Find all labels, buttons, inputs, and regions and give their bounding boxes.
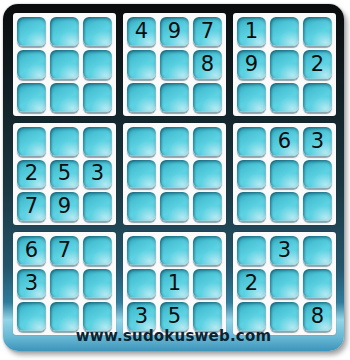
given-digit: 7: [201, 21, 214, 42]
given-digit: 5: [58, 163, 71, 184]
cell-r3c1[interactable]: [17, 83, 46, 112]
given-digit: 3: [91, 163, 104, 184]
cell-r4c5[interactable]: [160, 127, 189, 156]
given-digit: 3: [278, 240, 291, 261]
given-digit: 8: [311, 306, 324, 327]
cell-r2c1[interactable]: [17, 50, 46, 79]
cell-r3c5[interactable]: [160, 83, 189, 112]
box-r3c1: 673: [13, 232, 116, 335]
cell-r2c7[interactable]: 9: [237, 50, 266, 79]
cell-r1c4[interactable]: 4: [127, 17, 156, 46]
given-digit: 6: [25, 240, 38, 261]
cell-r3c7[interactable]: [237, 83, 266, 112]
cell-r4c1[interactable]: [17, 127, 46, 156]
cell-r2c3[interactable]: [83, 50, 112, 79]
given-digit: 1: [168, 273, 181, 294]
cell-r8c7[interactable]: 2: [237, 269, 266, 298]
cell-r2c5[interactable]: [160, 50, 189, 79]
cell-r1c9[interactable]: [303, 17, 332, 46]
given-digit: 6: [278, 131, 291, 152]
box-r1c3: 192: [233, 13, 336, 116]
given-digit: 5: [168, 306, 181, 327]
given-digit: 2: [25, 163, 38, 184]
cell-r3c9[interactable]: [303, 83, 332, 112]
given-digit: 9: [245, 54, 258, 75]
cell-r8c5[interactable]: 1: [160, 269, 189, 298]
cell-r4c2[interactable]: [50, 127, 79, 156]
cell-r6c9[interactable]: [303, 192, 332, 221]
cell-r7c7[interactable]: [237, 236, 266, 265]
box-r3c2: 135: [123, 232, 226, 335]
cell-r8c2[interactable]: [50, 269, 79, 298]
cell-r7c4[interactable]: [127, 236, 156, 265]
given-digit: 9: [58, 196, 71, 217]
cell-r1c7[interactable]: 1: [237, 17, 266, 46]
cell-r6c2[interactable]: 9: [50, 192, 79, 221]
given-digit: 7: [58, 240, 71, 261]
cell-r5c7[interactable]: [237, 160, 266, 189]
cell-r2c9[interactable]: 2: [303, 50, 332, 79]
cell-r7c1[interactable]: 6: [17, 236, 46, 265]
box-r2c3: 63: [233, 123, 336, 226]
cell-r4c9[interactable]: 3: [303, 127, 332, 156]
cell-r6c3[interactable]: [83, 192, 112, 221]
cell-r3c2[interactable]: [50, 83, 79, 112]
given-digit: 2: [311, 54, 324, 75]
cell-r4c4[interactable]: [127, 127, 156, 156]
cell-r5c5[interactable]: [160, 160, 189, 189]
box-r3c3: 328: [233, 232, 336, 335]
cell-r3c8[interactable]: [270, 83, 299, 112]
sudoku-grid: 49781922537963673135328: [13, 13, 336, 335]
cell-r8c8[interactable]: [270, 269, 299, 298]
cell-r8c1[interactable]: 3: [17, 269, 46, 298]
cell-r6c4[interactable]: [127, 192, 156, 221]
cell-r7c2[interactable]: 7: [50, 236, 79, 265]
cell-r4c6[interactable]: [193, 127, 222, 156]
cell-r8c3[interactable]: [83, 269, 112, 298]
cell-r5c2[interactable]: 5: [50, 160, 79, 189]
cell-r2c2[interactable]: [50, 50, 79, 79]
cell-r5c8[interactable]: [270, 160, 299, 189]
sudoku-board: 49781922537963673135328 www.sudokusweb.c…: [3, 4, 344, 351]
cell-r8c6[interactable]: [193, 269, 222, 298]
cell-r6c7[interactable]: [237, 192, 266, 221]
given-digit: 3: [25, 273, 38, 294]
site-link[interactable]: www.sudokusweb.com: [76, 327, 271, 345]
cell-r7c9[interactable]: [303, 236, 332, 265]
cell-r6c1[interactable]: 7: [17, 192, 46, 221]
cell-r4c3[interactable]: [83, 127, 112, 156]
cell-r3c4[interactable]: [127, 83, 156, 112]
cell-r5c9[interactable]: [303, 160, 332, 189]
given-digit: 3: [135, 306, 148, 327]
box-r2c1: 25379: [13, 123, 116, 226]
cell-r4c7[interactable]: [237, 127, 266, 156]
cell-r2c4[interactable]: [127, 50, 156, 79]
cell-r1c2[interactable]: [50, 17, 79, 46]
given-digit: 2: [245, 273, 258, 294]
cell-r8c4[interactable]: [127, 269, 156, 298]
cell-r1c1[interactable]: [17, 17, 46, 46]
box-r1c2: 4978: [123, 13, 226, 116]
box-r2c2: [123, 123, 226, 226]
footer-bar: www.sudokusweb.com: [3, 326, 344, 346]
given-digit: 8: [201, 54, 214, 75]
cell-r7c8[interactable]: 3: [270, 236, 299, 265]
box-r1c1: [13, 13, 116, 116]
cell-r6c6[interactable]: [193, 192, 222, 221]
cell-r2c6[interactable]: 8: [193, 50, 222, 79]
cell-r5c1[interactable]: 2: [17, 160, 46, 189]
cell-r5c6[interactable]: [193, 160, 222, 189]
cell-r1c6[interactable]: 7: [193, 17, 222, 46]
cell-r3c3[interactable]: [83, 83, 112, 112]
given-digit: 9: [168, 21, 181, 42]
cell-r5c4[interactable]: [127, 160, 156, 189]
cell-r2c8[interactable]: [270, 50, 299, 79]
given-digit: 4: [135, 21, 148, 42]
cell-r3c6[interactable]: [193, 83, 222, 112]
cell-r6c8[interactable]: [270, 192, 299, 221]
given-digit: 1: [245, 21, 258, 42]
cell-r1c3[interactable]: [83, 17, 112, 46]
given-digit: 7: [25, 196, 38, 217]
cell-r4c8[interactable]: 6: [270, 127, 299, 156]
cell-r8c9[interactable]: [303, 269, 332, 298]
cell-r1c5[interactable]: 9: [160, 17, 189, 46]
cell-r5c3[interactable]: 3: [83, 160, 112, 189]
cell-r1c8[interactable]: [270, 17, 299, 46]
cell-r7c6[interactable]: [193, 236, 222, 265]
cell-r7c5[interactable]: [160, 236, 189, 265]
given-digit: 3: [311, 131, 324, 152]
cell-r7c3[interactable]: [83, 236, 112, 265]
cell-r6c5[interactable]: [160, 192, 189, 221]
